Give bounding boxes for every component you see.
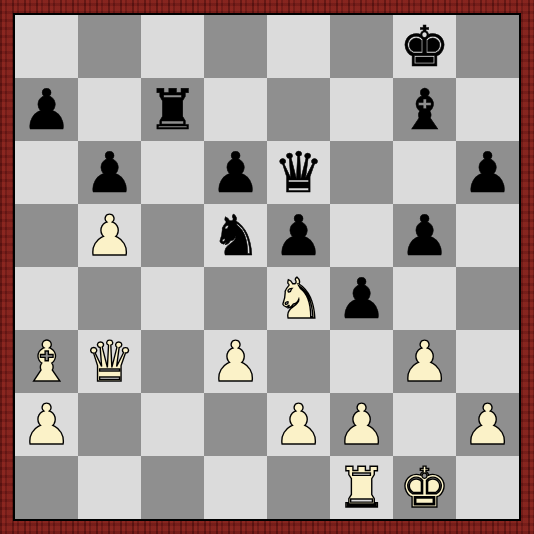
white-pawn[interactable]: ♟ (210, 330, 260, 393)
square-c3[interactable] (141, 330, 204, 393)
black-rook[interactable]: ♜ (147, 78, 197, 141)
square-b3[interactable]: ♛ (78, 330, 141, 393)
square-b1[interactable] (78, 456, 141, 519)
square-g1[interactable]: ♚ (393, 456, 456, 519)
square-h4[interactable] (456, 267, 519, 330)
square-b7[interactable] (78, 78, 141, 141)
square-e7[interactable] (267, 78, 330, 141)
white-pawn[interactable]: ♟ (21, 393, 71, 456)
black-pawn[interactable]: ♟ (462, 141, 512, 204)
white-rook[interactable]: ♜ (336, 456, 386, 519)
black-pawn[interactable]: ♟ (84, 141, 134, 204)
square-h7[interactable] (456, 78, 519, 141)
board-frame: ♚♟♜♝♟♟♛♟♟♞♟♟♞♟♝♛♟♟♟♟♟♟♜♚ (0, 0, 534, 534)
white-pawn[interactable]: ♟ (273, 393, 323, 456)
square-h6[interactable]: ♟ (456, 141, 519, 204)
square-a2[interactable]: ♟ (15, 393, 78, 456)
white-king[interactable]: ♚ (399, 456, 449, 519)
square-f4[interactable]: ♟ (330, 267, 393, 330)
square-f1[interactable]: ♜ (330, 456, 393, 519)
white-pawn[interactable]: ♟ (462, 393, 512, 456)
square-f5[interactable] (330, 204, 393, 267)
square-f6[interactable] (330, 141, 393, 204)
square-a4[interactable] (15, 267, 78, 330)
white-bishop[interactable]: ♝ (21, 330, 71, 393)
square-g3[interactable]: ♟ (393, 330, 456, 393)
square-h2[interactable]: ♟ (456, 393, 519, 456)
black-pawn[interactable]: ♟ (210, 141, 260, 204)
black-pawn[interactable]: ♟ (273, 204, 323, 267)
square-c1[interactable] (141, 456, 204, 519)
black-knight[interactable]: ♞ (210, 204, 260, 267)
square-d2[interactable] (204, 393, 267, 456)
square-h5[interactable] (456, 204, 519, 267)
square-g8[interactable]: ♚ (393, 15, 456, 78)
black-pawn[interactable]: ♟ (399, 204, 449, 267)
square-f2[interactable]: ♟ (330, 393, 393, 456)
square-e8[interactable] (267, 15, 330, 78)
white-pawn[interactable]: ♟ (399, 330, 449, 393)
square-a5[interactable] (15, 204, 78, 267)
white-knight[interactable]: ♞ (273, 267, 323, 330)
square-b4[interactable] (78, 267, 141, 330)
square-d4[interactable] (204, 267, 267, 330)
white-queen[interactable]: ♛ (84, 330, 134, 393)
square-a6[interactable] (15, 141, 78, 204)
square-f7[interactable] (330, 78, 393, 141)
square-b5[interactable]: ♟ (78, 204, 141, 267)
square-f8[interactable] (330, 15, 393, 78)
square-c8[interactable] (141, 15, 204, 78)
square-d5[interactable]: ♞ (204, 204, 267, 267)
square-a3[interactable]: ♝ (15, 330, 78, 393)
square-a1[interactable] (15, 456, 78, 519)
square-g2[interactable] (393, 393, 456, 456)
square-b8[interactable] (78, 15, 141, 78)
chess-board: ♚♟♜♝♟♟♛♟♟♞♟♟♞♟♝♛♟♟♟♟♟♟♜♚ (13, 13, 521, 521)
square-g6[interactable] (393, 141, 456, 204)
square-h1[interactable] (456, 456, 519, 519)
square-c2[interactable] (141, 393, 204, 456)
square-c5[interactable] (141, 204, 204, 267)
square-a8[interactable] (15, 15, 78, 78)
square-d8[interactable] (204, 15, 267, 78)
black-queen[interactable]: ♛ (273, 141, 323, 204)
square-e1[interactable] (267, 456, 330, 519)
square-d7[interactable] (204, 78, 267, 141)
square-e4[interactable]: ♞ (267, 267, 330, 330)
white-pawn[interactable]: ♟ (336, 393, 386, 456)
black-king[interactable]: ♚ (399, 15, 449, 78)
square-e3[interactable] (267, 330, 330, 393)
square-f3[interactable] (330, 330, 393, 393)
square-e6[interactable]: ♛ (267, 141, 330, 204)
square-e5[interactable]: ♟ (267, 204, 330, 267)
square-d3[interactable]: ♟ (204, 330, 267, 393)
black-pawn[interactable]: ♟ (336, 267, 386, 330)
black-bishop[interactable]: ♝ (399, 78, 449, 141)
square-c7[interactable]: ♜ (141, 78, 204, 141)
square-g5[interactable]: ♟ (393, 204, 456, 267)
square-b6[interactable]: ♟ (78, 141, 141, 204)
square-c4[interactable] (141, 267, 204, 330)
square-h8[interactable] (456, 15, 519, 78)
white-pawn[interactable]: ♟ (84, 204, 134, 267)
square-a7[interactable]: ♟ (15, 78, 78, 141)
square-g7[interactable]: ♝ (393, 78, 456, 141)
square-c6[interactable] (141, 141, 204, 204)
black-pawn[interactable]: ♟ (21, 78, 71, 141)
square-b2[interactable] (78, 393, 141, 456)
square-e2[interactable]: ♟ (267, 393, 330, 456)
square-h3[interactable] (456, 330, 519, 393)
square-d6[interactable]: ♟ (204, 141, 267, 204)
square-d1[interactable] (204, 456, 267, 519)
square-g4[interactable] (393, 267, 456, 330)
